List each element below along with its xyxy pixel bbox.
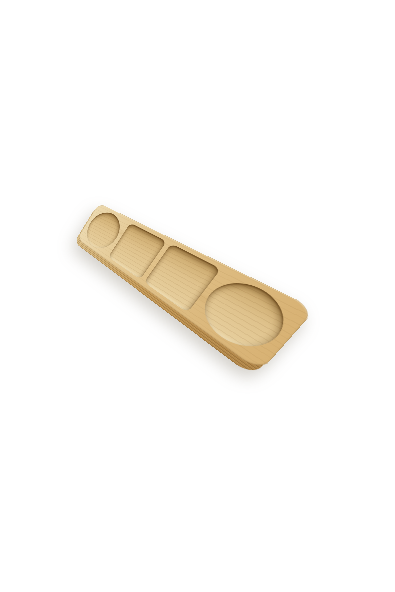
photo-canvas [0,0,395,592]
serving-tray [77,203,316,372]
tray-grid [77,203,316,372]
tray-compartment-4-circle [193,272,301,361]
tray-scene [0,0,395,592]
